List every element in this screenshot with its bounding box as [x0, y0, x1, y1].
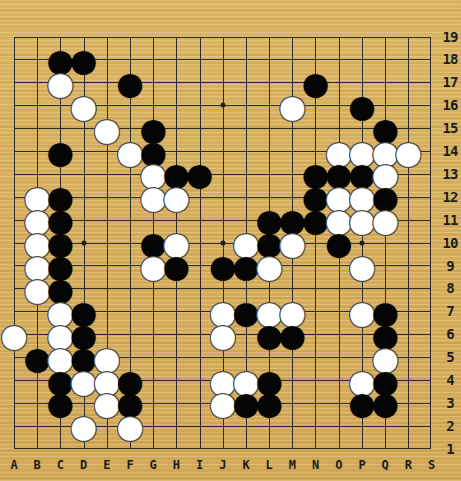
grid-cell[interactable] — [246, 82, 269, 105]
white-stone-J3: ● — [211, 391, 235, 415]
grid-cell[interactable] — [223, 151, 246, 174]
grid-cell[interactable] — [176, 37, 199, 60]
row-label-5: 5 — [446, 349, 453, 365]
grid-cell[interactable] — [14, 380, 37, 403]
grid-cell[interactable] — [339, 426, 362, 449]
grid-cell[interactable] — [246, 105, 269, 128]
grid-cell[interactable] — [153, 288, 176, 311]
black-stone-K9: ● — [234, 254, 258, 278]
grid-cell[interactable] — [14, 128, 37, 151]
grid-cell[interactable] — [176, 357, 199, 380]
grid-cell[interactable] — [107, 220, 130, 243]
black-stone-C14: ● — [48, 139, 72, 163]
grid-cell[interactable] — [200, 82, 223, 105]
grid-cell[interactable] — [130, 288, 153, 311]
grid-cell[interactable] — [246, 37, 269, 60]
grid-cell[interactable] — [269, 426, 292, 449]
star-point — [220, 240, 225, 245]
grid-cell[interactable] — [315, 380, 338, 403]
column-label-L: L — [266, 458, 273, 472]
grid-cell[interactable] — [315, 357, 338, 380]
row-label-9: 9 — [446, 258, 453, 274]
grid-cell[interactable] — [292, 426, 315, 449]
column-label-H: H — [173, 458, 180, 472]
grid-cell[interactable] — [292, 357, 315, 380]
column-label-F: F — [126, 458, 133, 472]
grid-cell[interactable] — [200, 220, 223, 243]
row-label-8: 8 — [446, 280, 453, 296]
grid-cell[interactable] — [153, 334, 176, 357]
grid-cell[interactable] — [408, 311, 431, 334]
white-stone-J6: ● — [211, 322, 235, 346]
row-label-11: 11 — [443, 212, 458, 228]
grid-cell[interactable] — [153, 311, 176, 334]
column-label-C: C — [57, 458, 64, 472]
grid-cell[interactable] — [176, 288, 199, 311]
grid-cell[interactable] — [176, 380, 199, 403]
white-stone-D4: ● — [72, 368, 96, 392]
grid-cell[interactable] — [339, 334, 362, 357]
grid-cell[interactable] — [200, 128, 223, 151]
grid-cell[interactable] — [315, 426, 338, 449]
white-stone-R14: ● — [396, 139, 420, 163]
grid-cell[interactable] — [246, 128, 269, 151]
grid-cell[interactable] — [223, 128, 246, 151]
grid-cell[interactable] — [14, 82, 37, 105]
grid-cell[interactable] — [292, 37, 315, 60]
row-label-3: 3 — [446, 395, 453, 411]
grid-cell[interactable] — [84, 197, 107, 220]
grid-cell[interactable] — [176, 59, 199, 82]
grid-cell[interactable] — [315, 37, 338, 60]
black-stone-H9: ● — [164, 254, 188, 278]
grid-cell[interactable] — [153, 426, 176, 449]
grid-cell[interactable] — [153, 380, 176, 403]
grid-cell[interactable] — [408, 334, 431, 357]
grid-cell[interactable] — [385, 426, 408, 449]
column-label-N: N — [312, 458, 319, 472]
white-stone-A6: ● — [2, 322, 26, 346]
grid-cell[interactable] — [223, 174, 246, 197]
grid-cell[interactable] — [107, 265, 130, 288]
grid-cell[interactable] — [37, 105, 60, 128]
grid-cell[interactable] — [84, 220, 107, 243]
grid-cell[interactable] — [246, 59, 269, 82]
grid-cell[interactable] — [130, 334, 153, 357]
black-stone-K3: ● — [234, 391, 258, 415]
grid-cell[interactable] — [176, 128, 199, 151]
grid-cell[interactable] — [292, 128, 315, 151]
grid-cell[interactable] — [292, 403, 315, 426]
grid-cell[interactable] — [200, 37, 223, 60]
white-stone-F2: ● — [118, 414, 142, 438]
column-label-K: K — [242, 458, 249, 472]
black-stone-L3: ● — [257, 391, 281, 415]
row-label-2: 2 — [446, 418, 453, 434]
black-stone-C3: ● — [48, 391, 72, 415]
grid-cell[interactable] — [408, 82, 431, 105]
grid-cell[interactable] — [223, 37, 246, 60]
grid-cell[interactable] — [269, 151, 292, 174]
row-label-16: 16 — [443, 97, 458, 113]
star-point — [220, 103, 225, 108]
grid-cell[interactable] — [385, 59, 408, 82]
row-label-14: 14 — [443, 143, 458, 159]
grid-cell[interactable] — [408, 59, 431, 82]
grid-cell[interactable] — [408, 105, 431, 128]
grid-cell[interactable] — [269, 37, 292, 60]
column-label-M: M — [289, 458, 296, 472]
grid-cell[interactable] — [362, 59, 385, 82]
grid-cell[interactable] — [269, 59, 292, 82]
grid-cell[interactable] — [362, 37, 385, 60]
grid-cell[interactable] — [223, 197, 246, 220]
black-stone-L6: ● — [257, 322, 281, 346]
row-label-19: 19 — [443, 29, 458, 45]
white-stone-Q11: ● — [373, 208, 397, 232]
row-label-13: 13 — [443, 166, 458, 182]
grid-cell[interactable] — [292, 380, 315, 403]
column-label-I: I — [196, 458, 203, 472]
grid-cell[interactable] — [14, 37, 37, 60]
white-stone-M10: ● — [280, 231, 304, 255]
grid-cell[interactable] — [107, 174, 130, 197]
grid-cell[interactable] — [14, 105, 37, 128]
grid-cell[interactable] — [269, 174, 292, 197]
grid-cell[interactable] — [292, 265, 315, 288]
white-stone-H12: ● — [164, 185, 188, 209]
grid-cell[interactable] — [223, 426, 246, 449]
grid-cell[interactable] — [385, 37, 408, 60]
black-stone-B5: ● — [25, 345, 49, 369]
star-point — [81, 240, 86, 245]
row-label-6: 6 — [446, 326, 453, 342]
grid-cell[interactable] — [408, 265, 431, 288]
grid-cell[interactable] — [84, 151, 107, 174]
grid-cell[interactable] — [153, 403, 176, 426]
grid-cell[interactable] — [200, 59, 223, 82]
grid-cell[interactable] — [200, 197, 223, 220]
white-stone-E15: ● — [95, 116, 119, 140]
grid-cell[interactable] — [246, 174, 269, 197]
black-stone-Q3: ● — [373, 391, 397, 415]
grid-cell[interactable] — [223, 82, 246, 105]
grid-cell[interactable] — [408, 220, 431, 243]
white-stone-P9: ● — [350, 254, 374, 278]
grid-cell[interactable] — [130, 37, 153, 60]
row-label-18: 18 — [443, 51, 458, 67]
grid-cell[interactable] — [408, 243, 431, 266]
white-stone-G12: ● — [141, 185, 165, 209]
grid-cell[interactable] — [37, 426, 60, 449]
grid-cell[interactable] — [408, 197, 431, 220]
column-label-R: R — [405, 458, 412, 472]
row-label-1: 1 — [446, 441, 453, 457]
go-board: ●●●●●●●●●●●●●●●●●●●●●●●●●●●●●●●●●●●●●●●●… — [0, 0, 461, 481]
grid-cell[interactable] — [339, 37, 362, 60]
grid-cell[interactable] — [200, 105, 223, 128]
grid-cell[interactable] — [107, 37, 130, 60]
grid-cell[interactable] — [246, 426, 269, 449]
grid-cell[interactable] — [153, 357, 176, 380]
grid-cell[interactable] — [130, 311, 153, 334]
grid-cell[interactable] — [315, 288, 338, 311]
grid-cell[interactable] — [385, 265, 408, 288]
grid-cell[interactable] — [269, 128, 292, 151]
grid-cell[interactable] — [315, 311, 338, 334]
white-stone-M16: ● — [280, 93, 304, 117]
grid-cell[interactable] — [408, 380, 431, 403]
row-label-7: 7 — [446, 303, 453, 319]
white-stone-C17: ● — [48, 70, 72, 94]
grid-cell[interactable] — [408, 403, 431, 426]
white-stone-P11: ● — [350, 208, 374, 232]
white-stone-D16: ● — [72, 93, 96, 117]
column-label-O: O — [335, 458, 342, 472]
column-label-E: E — [103, 458, 110, 472]
column-label-P: P — [358, 458, 365, 472]
black-stone-J9: ● — [211, 254, 235, 278]
grid-cell[interactable] — [408, 37, 431, 60]
black-stone-P16: ● — [350, 93, 374, 117]
grid-cell[interactable] — [315, 265, 338, 288]
grid-cell[interactable] — [14, 151, 37, 174]
grid-cell[interactable] — [107, 311, 130, 334]
grid-cell[interactable] — [408, 174, 431, 197]
black-stone-I13: ● — [188, 162, 212, 186]
grid-cell[interactable] — [339, 59, 362, 82]
row-label-4: 4 — [446, 372, 453, 388]
grid-cell[interactable] — [84, 243, 107, 266]
white-stone-G9: ● — [141, 254, 165, 278]
grid-cell[interactable] — [153, 59, 176, 82]
black-stone-F17: ● — [118, 70, 142, 94]
grid-cell[interactable] — [176, 105, 199, 128]
grid-cell[interactable] — [408, 288, 431, 311]
black-stone-K7: ● — [234, 299, 258, 323]
grid-cell[interactable] — [408, 357, 431, 380]
grid-cell[interactable] — [107, 288, 130, 311]
white-stone-P7: ● — [350, 299, 374, 323]
grid-cell[interactable] — [362, 426, 385, 449]
column-label-A: A — [10, 458, 17, 472]
column-label-B: B — [34, 458, 41, 472]
grid-cell[interactable] — [14, 426, 37, 449]
column-label-G: G — [150, 458, 157, 472]
grid-cell[interactable] — [315, 403, 338, 426]
black-stone-D18: ● — [72, 47, 96, 71]
column-label-J: J — [219, 458, 226, 472]
white-stone-D2: ● — [72, 414, 96, 438]
grid-cell[interactable] — [176, 311, 199, 334]
white-stone-F14: ● — [118, 139, 142, 163]
row-label-17: 17 — [443, 74, 458, 90]
black-stone-N17: ● — [304, 70, 328, 94]
grid-cell[interactable] — [246, 151, 269, 174]
grid-cell[interactable] — [385, 243, 408, 266]
black-stone-N11: ● — [304, 208, 328, 232]
grid-cell[interactable] — [107, 243, 130, 266]
grid-cell[interactable] — [315, 334, 338, 357]
grid-cell[interactable] — [14, 59, 37, 82]
row-label-15: 15 — [443, 120, 458, 136]
grid-cell[interactable] — [200, 426, 223, 449]
grid-cell[interactable] — [153, 37, 176, 60]
grid-cell[interactable] — [84, 265, 107, 288]
grid-cell[interactable] — [176, 334, 199, 357]
black-stone-M6: ● — [280, 322, 304, 346]
grid-cell[interactable] — [223, 105, 246, 128]
grid-cell[interactable] — [84, 174, 107, 197]
black-stone-O10: ● — [327, 231, 351, 255]
grid-cell[interactable] — [153, 82, 176, 105]
row-label-10: 10 — [443, 235, 458, 251]
column-label-D: D — [80, 458, 87, 472]
column-label-Q: Q — [382, 458, 389, 472]
row-label-12: 12 — [443, 189, 458, 205]
grid-cell[interactable] — [223, 59, 246, 82]
grid-cell[interactable] — [176, 403, 199, 426]
grid-cell[interactable] — [107, 197, 130, 220]
grid-cell[interactable] — [385, 82, 408, 105]
white-stone-L9: ● — [257, 254, 281, 278]
black-stone-P3: ● — [350, 391, 374, 415]
grid-cell[interactable] — [14, 403, 37, 426]
grid-cell[interactable] — [176, 82, 199, 105]
grid-cell[interactable] — [408, 426, 431, 449]
star-point — [360, 240, 365, 245]
grid-cell[interactable] — [176, 426, 199, 449]
white-stone-E3: ● — [95, 391, 119, 415]
grid-cell[interactable] — [315, 105, 338, 128]
white-stone-B8: ● — [25, 276, 49, 300]
column-label-S: S — [428, 458, 435, 472]
